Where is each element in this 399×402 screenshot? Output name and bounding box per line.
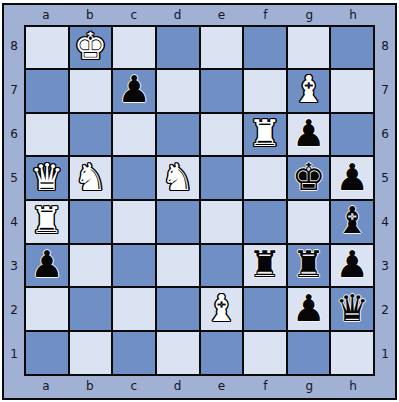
piece-black-pawn-g2: ♟ bbox=[292, 290, 325, 327]
square-b5[interactable]: ♞ bbox=[70, 157, 112, 199]
square-d4[interactable] bbox=[157, 201, 199, 243]
square-h8[interactable] bbox=[331, 27, 373, 69]
piece-black-pawn-a3: ♟ bbox=[30, 246, 63, 283]
square-e8[interactable] bbox=[201, 27, 243, 69]
square-f3[interactable]: ♜ bbox=[244, 245, 286, 287]
file-label-f: f bbox=[243, 5, 287, 25]
square-g3[interactable]: ♜ bbox=[288, 245, 330, 287]
square-d5[interactable]: ♞ bbox=[157, 157, 199, 199]
rank-label-4: 4 bbox=[375, 200, 395, 244]
square-h5[interactable]: ♟ bbox=[331, 157, 373, 199]
piece-black-rook-f3: ♜ bbox=[248, 246, 281, 283]
file-label-c: c bbox=[112, 5, 156, 25]
square-h4[interactable]: ♝ bbox=[331, 201, 373, 243]
file-label-a: a bbox=[24, 376, 68, 396]
square-f4[interactable] bbox=[244, 201, 286, 243]
square-h7[interactable] bbox=[331, 70, 373, 112]
square-c8[interactable] bbox=[113, 27, 155, 69]
square-a3[interactable]: ♟ bbox=[26, 245, 68, 287]
file-label-f: f bbox=[243, 376, 287, 396]
square-h6[interactable] bbox=[331, 114, 373, 156]
file-labels-top: abcdefgh bbox=[24, 5, 375, 25]
square-b4[interactable] bbox=[70, 201, 112, 243]
square-d8[interactable] bbox=[157, 27, 199, 69]
square-c4[interactable] bbox=[113, 201, 155, 243]
square-a6[interactable] bbox=[26, 114, 68, 156]
rank-label-3: 3 bbox=[4, 244, 24, 288]
square-e3[interactable] bbox=[201, 245, 243, 287]
square-c3[interactable] bbox=[113, 245, 155, 287]
square-c7[interactable]: ♟ bbox=[113, 70, 155, 112]
rank-label-6: 6 bbox=[4, 112, 24, 156]
square-h2[interactable]: ♛ bbox=[331, 288, 373, 330]
square-e4[interactable] bbox=[201, 201, 243, 243]
rank-labels-left: 87654321 bbox=[4, 25, 24, 376]
piece-black-queen-h2: ♛ bbox=[336, 290, 369, 327]
rank-label-4: 4 bbox=[4, 200, 24, 244]
piece-white-queen-a5: ♛ bbox=[30, 159, 63, 196]
square-f2[interactable] bbox=[244, 288, 286, 330]
square-e2[interactable]: ♝ bbox=[201, 288, 243, 330]
rank-label-2: 2 bbox=[4, 288, 24, 332]
square-f5[interactable] bbox=[244, 157, 286, 199]
square-e5[interactable] bbox=[201, 157, 243, 199]
rank-label-8: 8 bbox=[375, 25, 395, 69]
square-b7[interactable] bbox=[70, 70, 112, 112]
square-g2[interactable]: ♟ bbox=[288, 288, 330, 330]
square-f7[interactable] bbox=[244, 70, 286, 112]
square-e6[interactable] bbox=[201, 114, 243, 156]
board-frame: abcdefgh 87654321 ♚♟♝♜♟♛♞♞♚♟♜♝♟♜♜♟♝♟♛ 87… bbox=[2, 3, 397, 400]
square-g8[interactable] bbox=[288, 27, 330, 69]
square-d1[interactable] bbox=[157, 332, 199, 374]
file-label-d: d bbox=[156, 376, 200, 396]
chess-board: ♚♟♝♜♟♛♞♞♚♟♜♝♟♜♜♟♝♟♛ bbox=[24, 25, 375, 376]
piece-black-rook-g3: ♜ bbox=[292, 246, 325, 283]
piece-white-bishop-g7: ♝ bbox=[292, 71, 325, 108]
piece-black-pawn-g6: ♟ bbox=[292, 115, 325, 152]
square-a5[interactable]: ♛ bbox=[26, 157, 68, 199]
square-g4[interactable] bbox=[288, 201, 330, 243]
piece-white-bishop-e2: ♝ bbox=[205, 290, 238, 327]
square-b6[interactable] bbox=[70, 114, 112, 156]
piece-black-bishop-h4: ♝ bbox=[336, 202, 369, 239]
square-f6[interactable]: ♜ bbox=[244, 114, 286, 156]
rank-label-3: 3 bbox=[375, 244, 395, 288]
rank-label-1: 1 bbox=[4, 332, 24, 376]
rank-label-1: 1 bbox=[375, 332, 395, 376]
rank-label-7: 7 bbox=[4, 68, 24, 112]
square-e7[interactable] bbox=[201, 70, 243, 112]
piece-black-pawn-h3: ♟ bbox=[336, 246, 369, 283]
square-c2[interactable] bbox=[113, 288, 155, 330]
square-b3[interactable] bbox=[70, 245, 112, 287]
square-f8[interactable] bbox=[244, 27, 286, 69]
rank-label-8: 8 bbox=[4, 25, 24, 69]
square-a7[interactable] bbox=[26, 70, 68, 112]
piece-black-king-g5: ♚ bbox=[292, 159, 325, 196]
square-h3[interactable]: ♟ bbox=[331, 245, 373, 287]
square-a8[interactable] bbox=[26, 27, 68, 69]
rank-label-2: 2 bbox=[375, 288, 395, 332]
square-a2[interactable] bbox=[26, 288, 68, 330]
piece-white-rook-a4: ♜ bbox=[30, 202, 63, 239]
piece-white-knight-d5: ♞ bbox=[161, 159, 194, 196]
square-c5[interactable] bbox=[113, 157, 155, 199]
square-b2[interactable] bbox=[70, 288, 112, 330]
square-d7[interactable] bbox=[157, 70, 199, 112]
file-label-h: h bbox=[331, 376, 375, 396]
file-label-h: h bbox=[331, 5, 375, 25]
file-label-g: g bbox=[287, 376, 331, 396]
square-g1[interactable] bbox=[288, 332, 330, 374]
file-label-e: e bbox=[200, 5, 244, 25]
rank-label-5: 5 bbox=[4, 156, 24, 200]
square-f1[interactable] bbox=[244, 332, 286, 374]
file-label-g: g bbox=[287, 5, 331, 25]
square-b1[interactable] bbox=[70, 332, 112, 374]
square-a4[interactable]: ♜ bbox=[26, 201, 68, 243]
square-c6[interactable] bbox=[113, 114, 155, 156]
square-d6[interactable] bbox=[157, 114, 199, 156]
square-h1[interactable] bbox=[331, 332, 373, 374]
rank-labels-right: 87654321 bbox=[375, 25, 395, 376]
square-e1[interactable] bbox=[201, 332, 243, 374]
square-g5[interactable]: ♚ bbox=[288, 157, 330, 199]
piece-black-pawn-c7: ♟ bbox=[117, 71, 150, 108]
file-label-e: e bbox=[200, 376, 244, 396]
square-d2[interactable] bbox=[157, 288, 199, 330]
square-a1[interactable] bbox=[26, 332, 68, 374]
file-labels-bottom: abcdefgh bbox=[24, 376, 375, 396]
piece-black-pawn-h5: ♟ bbox=[336, 159, 369, 196]
file-label-b: b bbox=[68, 376, 112, 396]
file-label-b: b bbox=[68, 5, 112, 25]
page: abcdefgh 87654321 ♚♟♝♜♟♛♞♞♚♟♜♝♟♜♜♟♝♟♛ 87… bbox=[0, 0, 399, 402]
file-label-d: d bbox=[156, 5, 200, 25]
file-label-c: c bbox=[112, 376, 156, 396]
square-g6[interactable]: ♟ bbox=[288, 114, 330, 156]
piece-white-rook-f6: ♜ bbox=[248, 115, 281, 152]
square-g7[interactable]: ♝ bbox=[288, 70, 330, 112]
square-c1[interactable] bbox=[113, 332, 155, 374]
piece-white-king-b8: ♚ bbox=[74, 28, 107, 65]
rank-label-6: 6 bbox=[375, 112, 395, 156]
square-d3[interactable] bbox=[157, 245, 199, 287]
square-b8[interactable]: ♚ bbox=[70, 27, 112, 69]
piece-white-knight-b5: ♞ bbox=[74, 159, 107, 196]
rank-label-5: 5 bbox=[375, 156, 395, 200]
file-label-a: a bbox=[24, 5, 68, 25]
rank-label-7: 7 bbox=[375, 68, 395, 112]
